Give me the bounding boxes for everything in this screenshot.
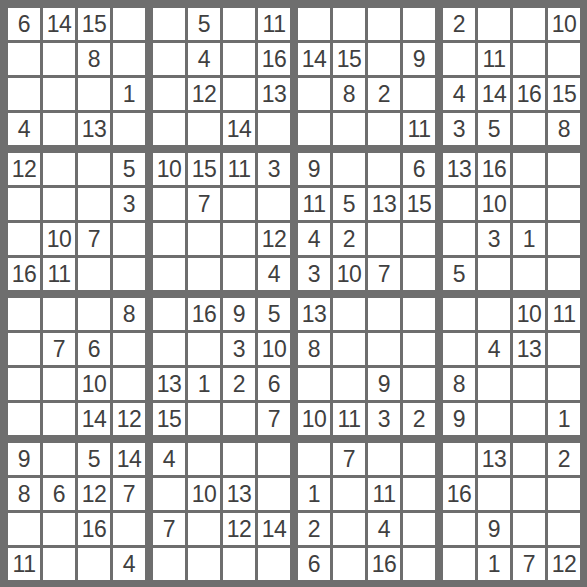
cell-r10c12[interactable] (403, 333, 435, 365)
cell-r13c12[interactable] (403, 443, 435, 475)
cell-r7c15[interactable]: 1 (513, 223, 545, 255)
cell-r9c2[interactable] (43, 298, 75, 330)
cell-r4c16[interactable]: 8 (548, 113, 580, 145)
cell-r2c9[interactable]: 14 (298, 43, 330, 75)
cell-r9c1[interactable] (8, 298, 40, 330)
cell-r15c13[interactable] (443, 513, 475, 545)
cell-r2c5[interactable] (153, 43, 185, 75)
cell-r14c4[interactable]: 7 (113, 478, 145, 510)
box-r3c1: 876101412 (8, 298, 145, 435)
box-r2c1: 12531071611 (8, 153, 145, 290)
cell-r6c6[interactable]: 7 (188, 188, 220, 220)
cell-r7c6[interactable] (188, 223, 220, 255)
cell-r16c1[interactable]: 11 (8, 548, 40, 580)
cell-r8c16[interactable] (548, 258, 580, 290)
cell-r13c13[interactable] (443, 443, 475, 475)
cell-r13c11[interactable] (368, 443, 400, 475)
cell-r14c3[interactable]: 12 (78, 478, 110, 510)
cell-r16c12[interactable] (403, 548, 435, 580)
cell-r15c12[interactable] (403, 513, 435, 545)
cell-r4c13[interactable]: 3 (443, 113, 475, 145)
cell-r8c5[interactable] (153, 258, 185, 290)
cell-r12c6[interactable] (188, 403, 220, 435)
cell-r5c3[interactable] (78, 153, 110, 185)
cell-r5c6[interactable]: 15 (188, 153, 220, 185)
cell-r4c9[interactable] (298, 113, 330, 145)
cell-r13c15[interactable] (513, 443, 545, 475)
cell-r13c2[interactable] (43, 443, 75, 475)
cell-r13c4[interactable]: 14 (113, 443, 145, 475)
cell-r12c16[interactable]: 1 (548, 403, 580, 435)
cell-r15c7[interactable]: 12 (223, 513, 255, 545)
cell-r8c13[interactable]: 5 (443, 258, 475, 290)
cell-r4c8[interactable] (258, 113, 290, 145)
cell-r16c7[interactable] (223, 548, 255, 580)
cell-r9c10[interactable] (333, 298, 365, 330)
cell-r15c8[interactable]: 14 (258, 513, 290, 545)
cell-r2c1[interactable] (8, 43, 40, 75)
cell-r5c8[interactable]: 3 (258, 153, 290, 185)
cell-r4c2[interactable] (43, 113, 75, 145)
cell-r3c8[interactable]: 13 (258, 78, 290, 110)
cell-r8c4[interactable] (113, 258, 145, 290)
cell-r13c5[interactable]: 4 (153, 443, 185, 475)
cell-r3c4[interactable]: 1 (113, 78, 145, 110)
cell-r9c9[interactable]: 13 (298, 298, 330, 330)
cell-r7c8[interactable]: 12 (258, 223, 290, 255)
cell-r12c9[interactable]: 10 (298, 403, 330, 435)
cell-r12c5[interactable]: 15 (153, 403, 185, 435)
box-r4c4: 1321691712 (443, 443, 580, 580)
cell-r6c14[interactable]: 10 (478, 188, 510, 220)
box-r3c4: 1011413891 (443, 298, 580, 435)
cell-r1c2[interactable]: 14 (43, 8, 75, 40)
cell-r11c2[interactable] (43, 368, 75, 400)
cell-r15c15[interactable] (513, 513, 545, 545)
box-r1c3: 141598211 (298, 8, 435, 145)
box-r1c2: 511416121314 (153, 8, 290, 145)
cell-r10c15[interactable]: 13 (513, 333, 545, 365)
cell-r12c10[interactable]: 11 (333, 403, 365, 435)
cell-r13c3[interactable]: 5 (78, 443, 110, 475)
cell-r16c4[interactable]: 4 (113, 548, 145, 580)
cell-r7c14[interactable]: 3 (478, 223, 510, 255)
cell-r1c10[interactable] (333, 8, 365, 40)
cell-r6c15[interactable] (513, 188, 545, 220)
cell-r2c15[interactable] (513, 43, 545, 75)
cell-r6c11[interactable]: 13 (368, 188, 400, 220)
box-r2c3: 961151315423107 (298, 153, 435, 290)
cell-r16c15[interactable]: 7 (513, 548, 545, 580)
cell-r9c6[interactable]: 16 (188, 298, 220, 330)
cell-r12c4[interactable]: 12 (113, 403, 145, 435)
cell-r6c9[interactable]: 11 (298, 188, 330, 220)
cell-r13c1[interactable]: 9 (8, 443, 40, 475)
cell-r3c10[interactable]: 8 (333, 78, 365, 110)
cell-r6c2[interactable] (43, 188, 75, 220)
cell-r8c6[interactable] (188, 258, 220, 290)
cell-r2c8[interactable]: 16 (258, 43, 290, 75)
cell-r8c9[interactable]: 3 (298, 258, 330, 290)
box-r1c1: 6141581413 (8, 8, 145, 145)
cell-r11c16[interactable] (548, 368, 580, 400)
cell-r2c7[interactable] (223, 43, 255, 75)
cell-r8c7[interactable] (223, 258, 255, 290)
cell-r16c3[interactable] (78, 548, 110, 580)
cell-r11c7[interactable]: 2 (223, 368, 255, 400)
cell-r4c5[interactable] (153, 113, 185, 145)
cell-r11c5[interactable]: 13 (153, 368, 185, 400)
cell-r13c16[interactable]: 2 (548, 443, 580, 475)
cell-r9c7[interactable]: 9 (223, 298, 255, 330)
cell-r7c9[interactable]: 4 (298, 223, 330, 255)
cell-r10c11[interactable] (368, 333, 400, 365)
cell-r3c2[interactable] (43, 78, 75, 110)
cell-r11c10[interactable] (333, 368, 365, 400)
cell-r11c4[interactable] (113, 368, 145, 400)
cell-r1c5[interactable] (153, 8, 185, 40)
cell-r10c4[interactable] (113, 333, 145, 365)
cell-r9c16[interactable]: 11 (548, 298, 580, 330)
cell-r8c15[interactable] (513, 258, 545, 290)
cell-r5c13[interactable]: 13 (443, 153, 475, 185)
cell-r8c2[interactable]: 11 (43, 258, 75, 290)
cell-r4c15[interactable] (513, 113, 545, 145)
cell-r7c16[interactable] (548, 223, 580, 255)
cell-r6c8[interactable] (258, 188, 290, 220)
cell-r2c10[interactable]: 15 (333, 43, 365, 75)
cell-r3c12[interactable] (403, 78, 435, 110)
cell-r11c15[interactable] (513, 368, 545, 400)
cell-r16c9[interactable]: 6 (298, 548, 330, 580)
cell-r14c14[interactable] (478, 478, 510, 510)
cell-r4c3[interactable]: 13 (78, 113, 110, 145)
cell-r14c11[interactable]: 11 (368, 478, 400, 510)
cell-r2c14[interactable]: 11 (478, 43, 510, 75)
cell-r6c13[interactable] (443, 188, 475, 220)
cell-r10c3[interactable]: 6 (78, 333, 110, 365)
cell-r15c2[interactable] (43, 513, 75, 545)
cell-r5c4[interactable]: 5 (113, 153, 145, 185)
cell-r8c11[interactable]: 7 (368, 258, 400, 290)
cell-r9c4[interactable]: 8 (113, 298, 145, 330)
cell-r10c5[interactable] (153, 333, 185, 365)
cell-r4c14[interactable]: 5 (478, 113, 510, 145)
cell-r9c3[interactable] (78, 298, 110, 330)
cell-r13c9[interactable] (298, 443, 330, 475)
cell-r14c16[interactable] (548, 478, 580, 510)
cell-r2c6[interactable]: 4 (188, 43, 220, 75)
cell-r11c11[interactable]: 9 (368, 368, 400, 400)
cell-r14c8[interactable] (258, 478, 290, 510)
cell-r10c2[interactable]: 7 (43, 333, 75, 365)
cell-r13c6[interactable] (188, 443, 220, 475)
cell-r6c16[interactable] (548, 188, 580, 220)
cell-r15c4[interactable] (113, 513, 145, 545)
cell-r7c4[interactable] (113, 223, 145, 255)
cell-r11c13[interactable]: 8 (443, 368, 475, 400)
cell-r10c7[interactable]: 3 (223, 333, 255, 365)
cell-r5c2[interactable] (43, 153, 75, 185)
cell-r6c5[interactable] (153, 188, 185, 220)
cell-r4c6[interactable] (188, 113, 220, 145)
cell-r12c12[interactable]: 2 (403, 403, 435, 435)
cell-r3c14[interactable]: 14 (478, 78, 510, 110)
cell-r4c7[interactable]: 14 (223, 113, 255, 145)
cell-r1c1[interactable]: 6 (8, 8, 40, 40)
cell-r6c4[interactable]: 3 (113, 188, 145, 220)
box-r4c3: 711124616 (298, 443, 435, 580)
cell-r10c10[interactable] (333, 333, 365, 365)
cell-r1c15[interactable] (513, 8, 545, 40)
cell-r7c3[interactable]: 7 (78, 223, 110, 255)
cell-r16c11[interactable]: 16 (368, 548, 400, 580)
cell-r1c3[interactable]: 15 (78, 8, 110, 40)
cell-r1c13[interactable]: 2 (443, 8, 475, 40)
cell-r9c11[interactable] (368, 298, 400, 330)
cell-r6c1[interactable] (8, 188, 40, 220)
cell-r8c3[interactable] (78, 258, 110, 290)
cell-r5c14[interactable]: 16 (478, 153, 510, 185)
cell-r12c2[interactable] (43, 403, 75, 435)
cell-r5c12[interactable]: 6 (403, 153, 435, 185)
box-r3c2: 169531013126157 (153, 298, 290, 435)
cell-r4c12[interactable]: 11 (403, 113, 435, 145)
cell-r2c16[interactable] (548, 43, 580, 75)
cell-r2c12[interactable]: 9 (403, 43, 435, 75)
cell-r1c7[interactable] (223, 8, 255, 40)
cell-r11c14[interactable] (478, 368, 510, 400)
cell-r16c13[interactable] (443, 548, 475, 580)
cell-r14c6[interactable]: 10 (188, 478, 220, 510)
cell-r2c4[interactable] (113, 43, 145, 75)
cell-r15c6[interactable] (188, 513, 220, 545)
cell-r15c16[interactable] (548, 513, 580, 545)
cell-r4c10[interactable] (333, 113, 365, 145)
cell-r12c14[interactable] (478, 403, 510, 435)
cell-r7c1[interactable] (8, 223, 40, 255)
cell-r9c5[interactable] (153, 298, 185, 330)
cell-r5c11[interactable] (368, 153, 400, 185)
cell-r4c4[interactable] (113, 113, 145, 145)
cell-r10c16[interactable] (548, 333, 580, 365)
cell-r13c14[interactable]: 13 (478, 443, 510, 475)
cell-r3c9[interactable] (298, 78, 330, 110)
cell-r4c1[interactable]: 4 (8, 113, 40, 145)
cell-r3c11[interactable]: 2 (368, 78, 400, 110)
sudoku-board: 6141581413511416121314141598211210114141… (0, 0, 587, 587)
cell-r4c11[interactable] (368, 113, 400, 145)
cell-r16c14[interactable]: 1 (478, 548, 510, 580)
box-r1c4: 210114141615358 (443, 8, 580, 145)
cell-r16c2[interactable] (43, 548, 75, 580)
cell-r1c12[interactable] (403, 8, 435, 40)
cell-r2c2[interactable] (43, 43, 75, 75)
cell-r16c16[interactable]: 12 (548, 548, 580, 580)
cell-r8c14[interactable] (478, 258, 510, 290)
cell-r7c11[interactable] (368, 223, 400, 255)
cell-r5c10[interactable] (333, 153, 365, 185)
cell-r3c7[interactable] (223, 78, 255, 110)
cell-r11c8[interactable]: 6 (258, 368, 290, 400)
cell-r11c1[interactable] (8, 368, 40, 400)
cell-r3c15[interactable]: 16 (513, 78, 545, 110)
cell-r13c7[interactable] (223, 443, 255, 475)
cell-r3c1[interactable] (8, 78, 40, 110)
cell-r15c5[interactable]: 7 (153, 513, 185, 545)
cell-r5c15[interactable] (513, 153, 545, 185)
cell-r13c10[interactable]: 7 (333, 443, 365, 475)
cell-r2c3[interactable]: 8 (78, 43, 110, 75)
cell-r12c3[interactable]: 14 (78, 403, 110, 435)
cell-r15c1[interactable] (8, 513, 40, 545)
cell-r11c12[interactable] (403, 368, 435, 400)
cell-r11c6[interactable]: 1 (188, 368, 220, 400)
cell-r7c2[interactable]: 10 (43, 223, 75, 255)
cell-r10c13[interactable] (443, 333, 475, 365)
cell-r10c6[interactable] (188, 333, 220, 365)
box-r4c2: 4101371214 (153, 443, 290, 580)
box-r2c4: 131610315 (443, 153, 580, 290)
cell-r1c16[interactable]: 10 (548, 8, 580, 40)
cell-r16c5[interactable] (153, 548, 185, 580)
cell-r9c14[interactable] (478, 298, 510, 330)
cell-r3c16[interactable]: 15 (548, 78, 580, 110)
cell-r15c9[interactable]: 2 (298, 513, 330, 545)
cell-r8c1[interactable]: 16 (8, 258, 40, 290)
cell-r3c5[interactable] (153, 78, 185, 110)
cell-r5c7[interactable]: 11 (223, 153, 255, 185)
cell-r8c8[interactable]: 4 (258, 258, 290, 290)
cell-r1c8[interactable]: 11 (258, 8, 290, 40)
cell-r16c8[interactable] (258, 548, 290, 580)
cell-r7c5[interactable] (153, 223, 185, 255)
cell-r7c13[interactable] (443, 223, 475, 255)
cell-r10c8[interactable]: 10 (258, 333, 290, 365)
cell-r1c6[interactable]: 5 (188, 8, 220, 40)
cell-r6c3[interactable] (78, 188, 110, 220)
cell-r1c11[interactable] (368, 8, 400, 40)
cell-r14c10[interactable] (333, 478, 365, 510)
cell-r10c9[interactable]: 8 (298, 333, 330, 365)
cell-r6c12[interactable]: 15 (403, 188, 435, 220)
cell-r16c6[interactable] (188, 548, 220, 580)
cell-r5c16[interactable] (548, 153, 580, 185)
cell-r3c13[interactable]: 4 (443, 78, 475, 110)
cell-r7c12[interactable] (403, 223, 435, 255)
cell-r5c9[interactable]: 9 (298, 153, 330, 185)
cell-r14c5[interactable] (153, 478, 185, 510)
cell-r9c13[interactable] (443, 298, 475, 330)
cell-r7c7[interactable] (223, 223, 255, 255)
cell-r11c9[interactable] (298, 368, 330, 400)
cell-r14c13[interactable]: 16 (443, 478, 475, 510)
cell-r12c11[interactable]: 3 (368, 403, 400, 435)
cell-r14c1[interactable]: 8 (8, 478, 40, 510)
cell-r16c10[interactable] (333, 548, 365, 580)
cell-r14c2[interactable]: 6 (43, 478, 75, 510)
cell-r1c4[interactable] (113, 8, 145, 40)
cell-r2c11[interactable] (368, 43, 400, 75)
cell-r12c13[interactable]: 9 (443, 403, 475, 435)
cell-r15c10[interactable] (333, 513, 365, 545)
cell-r9c8[interactable]: 5 (258, 298, 290, 330)
cell-r7c10[interactable]: 2 (333, 223, 365, 255)
cell-r14c7[interactable]: 13 (223, 478, 255, 510)
cell-r12c15[interactable] (513, 403, 545, 435)
cell-r15c14[interactable]: 9 (478, 513, 510, 545)
box-r4c1: 95148612716114 (8, 443, 145, 580)
cell-r5c1[interactable]: 12 (8, 153, 40, 185)
cell-r10c1[interactable] (8, 333, 40, 365)
box-r2c2: 10151137124 (153, 153, 290, 290)
cell-r15c3[interactable]: 16 (78, 513, 110, 545)
cell-r12c8[interactable]: 7 (258, 403, 290, 435)
cell-r15c11[interactable]: 4 (368, 513, 400, 545)
cell-r8c10[interactable]: 10 (333, 258, 365, 290)
cell-r10c14[interactable]: 4 (478, 333, 510, 365)
cell-r2c13[interactable] (443, 43, 475, 75)
cell-r6c7[interactable] (223, 188, 255, 220)
cell-r8c12[interactable] (403, 258, 435, 290)
cell-r12c1[interactable] (8, 403, 40, 435)
cell-r12c7[interactable] (223, 403, 255, 435)
cell-r5c5[interactable]: 10 (153, 153, 185, 185)
cell-r9c12[interactable] (403, 298, 435, 330)
box-r3c3: 1389101132 (298, 298, 435, 435)
cell-r14c12[interactable] (403, 478, 435, 510)
cell-r14c9[interactable]: 1 (298, 478, 330, 510)
cell-r14c15[interactable] (513, 478, 545, 510)
cell-r3c6[interactable]: 12 (188, 78, 220, 110)
cell-r1c14[interactable] (478, 8, 510, 40)
cell-r9c15[interactable]: 10 (513, 298, 545, 330)
cell-r1c9[interactable] (298, 8, 330, 40)
cell-r6c10[interactable]: 5 (333, 188, 365, 220)
cell-r13c8[interactable] (258, 443, 290, 475)
cell-r3c3[interactable] (78, 78, 110, 110)
cell-r11c3[interactable]: 10 (78, 368, 110, 400)
